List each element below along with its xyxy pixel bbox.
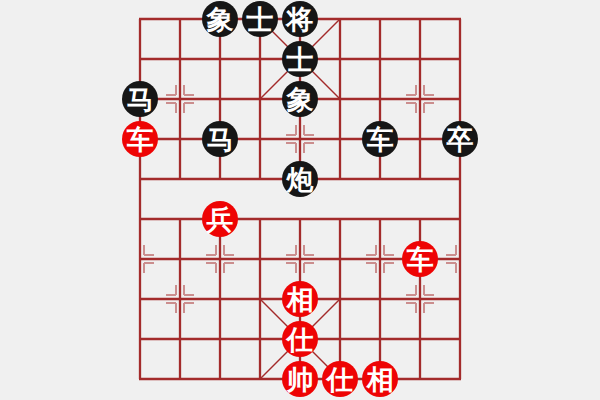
piece-black-elephant[interactable]: 象 — [202, 1, 238, 37]
piece-black-horse[interactable]: 马 — [122, 81, 158, 117]
piece-black-chariot[interactable]: 车 — [362, 121, 398, 157]
piece-red-advisor[interactable]: 仕 — [322, 361, 358, 397]
piece-red-soldier[interactable]: 兵 — [202, 201, 238, 237]
board-grid[interactable]: 象士将士马象车马车卒炮兵车相仕帅仕相 — [120, 0, 480, 399]
piece-red-general[interactable]: 帅 — [282, 361, 318, 397]
piece-red-chariot[interactable]: 车 — [402, 241, 438, 277]
piece-black-cannon[interactable]: 炮 — [282, 161, 318, 197]
piece-red-advisor[interactable]: 仕 — [282, 321, 318, 357]
piece-black-elephant[interactable]: 象 — [282, 81, 318, 117]
xiangqi-board: 象士将士马象车马车卒炮兵车相仕帅仕相 — [0, 0, 600, 400]
piece-red-chariot[interactable]: 车 — [122, 121, 158, 157]
piece-black-advisor[interactable]: 士 — [282, 41, 318, 77]
piece-black-soldier[interactable]: 卒 — [442, 121, 478, 157]
piece-black-general[interactable]: 将 — [282, 1, 318, 37]
piece-black-advisor[interactable]: 士 — [242, 1, 278, 37]
piece-red-elephant[interactable]: 相 — [362, 361, 398, 397]
piece-black-horse[interactable]: 马 — [202, 121, 238, 157]
piece-red-elephant[interactable]: 相 — [282, 281, 318, 317]
